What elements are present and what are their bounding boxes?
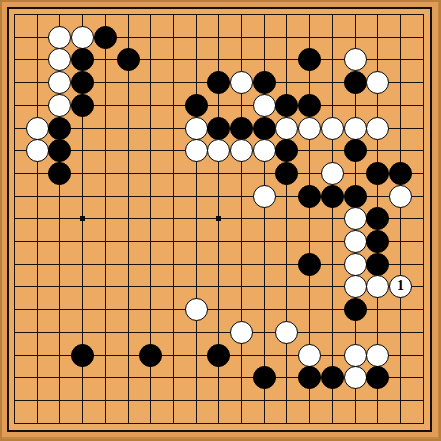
white-stone <box>275 321 298 344</box>
grid-line-v <box>332 14 333 424</box>
white-stone <box>230 71 253 94</box>
black-stone <box>48 139 71 162</box>
white-stone <box>344 207 367 230</box>
black-stone <box>298 366 321 389</box>
white-stone <box>253 94 276 117</box>
white-stone <box>253 139 276 162</box>
white-stone <box>48 94 71 117</box>
white-stone <box>185 117 208 140</box>
white-stone <box>344 366 367 389</box>
black-stone <box>71 344 94 367</box>
black-stone <box>298 48 321 71</box>
white-stone <box>389 185 412 208</box>
white-stone <box>298 117 321 140</box>
black-stone <box>344 298 367 321</box>
grid-line-h <box>14 400 424 401</box>
black-stone <box>253 117 276 140</box>
black-stone <box>139 344 162 367</box>
black-stone <box>275 139 298 162</box>
black-stone <box>298 253 321 276</box>
black-stone <box>321 366 344 389</box>
grid-line-v <box>286 14 287 424</box>
white-stone <box>71 26 94 49</box>
white-stone <box>344 253 367 276</box>
white-stone <box>344 230 367 253</box>
move-number-label: 1 <box>390 276 411 296</box>
black-stone <box>48 117 71 140</box>
black-stone <box>207 117 230 140</box>
board-overlay: 1 <box>0 0 441 441</box>
white-stone <box>298 344 321 367</box>
black-stone <box>298 185 321 208</box>
black-stone <box>71 71 94 94</box>
grid-line-v <box>400 14 401 424</box>
black-stone <box>117 48 140 71</box>
black-stone <box>71 94 94 117</box>
black-stone <box>321 185 344 208</box>
star-point <box>80 216 85 221</box>
black-stone <box>48 162 71 185</box>
white-stone <box>344 48 367 71</box>
black-stone <box>185 94 208 117</box>
black-stone <box>389 162 412 185</box>
white-stone <box>185 139 208 162</box>
black-stone <box>366 253 389 276</box>
white-stone <box>344 275 367 298</box>
white-stone <box>366 275 389 298</box>
black-stone <box>344 139 367 162</box>
white-stone <box>321 117 344 140</box>
black-stone <box>230 117 253 140</box>
white-stone <box>366 117 389 140</box>
black-stone <box>71 48 94 71</box>
white-stone <box>275 117 298 140</box>
grid-line-h <box>14 332 424 333</box>
white-stone <box>366 344 389 367</box>
black-stone <box>344 71 367 94</box>
marked-white-stone-1: 1 <box>389 275 412 298</box>
black-stone <box>253 71 276 94</box>
white-stone <box>48 48 71 71</box>
black-stone <box>275 162 298 185</box>
star-point <box>216 216 221 221</box>
white-stone <box>321 162 344 185</box>
white-stone <box>344 344 367 367</box>
black-stone <box>344 185 367 208</box>
black-stone <box>94 26 117 49</box>
black-stone <box>366 366 389 389</box>
white-stone <box>253 185 276 208</box>
go-diagram: 1 <box>0 0 441 441</box>
grid-line-v <box>423 14 424 424</box>
black-stone <box>366 162 389 185</box>
black-stone <box>253 366 276 389</box>
white-stone <box>48 71 71 94</box>
black-stone <box>207 344 230 367</box>
white-stone <box>185 298 208 321</box>
white-stone <box>230 321 253 344</box>
grid-line-h <box>14 423 424 424</box>
white-stone <box>26 139 49 162</box>
black-stone <box>275 94 298 117</box>
white-stone <box>344 117 367 140</box>
white-stone <box>366 71 389 94</box>
black-stone <box>207 71 230 94</box>
white-stone <box>48 26 71 49</box>
black-stone <box>366 207 389 230</box>
white-stone <box>230 139 253 162</box>
white-stone <box>207 139 230 162</box>
black-stone <box>298 94 321 117</box>
black-stone <box>366 230 389 253</box>
white-stone <box>26 117 49 140</box>
